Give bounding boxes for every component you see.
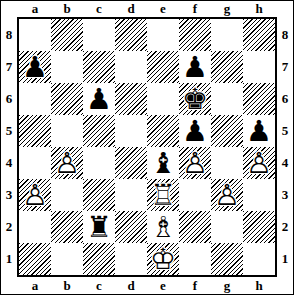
file-labels-bottom: abcdefgh (19, 277, 293, 294)
square-e2[interactable]: ♝♗ (147, 211, 179, 243)
black-rook: ♜ (83, 211, 115, 243)
black-pawn: ♟ (243, 115, 275, 147)
square-c2[interactable]: ♜ (83, 211, 115, 243)
square-a5[interactable] (19, 115, 51, 147)
rank-label-5: 5 (1, 115, 17, 147)
square-c6[interactable]: ♟ (83, 83, 115, 115)
square-g8[interactable] (211, 19, 243, 51)
rank-label-4: 4 (277, 147, 293, 179)
square-a8[interactable] (19, 19, 51, 51)
square-g3[interactable]: ♟♙ (211, 179, 243, 211)
square-d1[interactable] (115, 243, 147, 275)
square-b2[interactable] (51, 211, 83, 243)
file-label-e: e (147, 277, 179, 294)
square-b1[interactable] (51, 243, 83, 275)
file-label-d: d (115, 1, 147, 17)
square-a2[interactable] (19, 211, 51, 243)
file-label-f: f (179, 1, 211, 17)
square-g2[interactable] (211, 211, 243, 243)
file-label-f: f (179, 277, 211, 294)
square-g6[interactable] (211, 83, 243, 115)
rank-label-7: 7 (277, 51, 293, 83)
square-c3[interactable] (83, 179, 115, 211)
square-h3[interactable] (243, 179, 275, 211)
file-label-b: b (51, 277, 83, 294)
file-label-h: h (243, 277, 275, 294)
chess-diagram: abcdefgh 87654321 ♟♟♟♚♟♟♟♙♝♟♙♟♙♟♙♜♖♟♙♜♝♗… (0, 0, 294, 295)
rank-labels-right: 87654321 (277, 17, 293, 277)
rank-label-3: 3 (1, 179, 17, 211)
square-g7[interactable] (211, 51, 243, 83)
white-bishop: ♗ (147, 211, 179, 243)
square-h5[interactable]: ♟ (243, 115, 275, 147)
file-label-b: b (51, 1, 83, 17)
rank-label-6: 6 (1, 83, 17, 115)
black-pawn: ♟ (179, 115, 211, 147)
square-d8[interactable] (115, 19, 147, 51)
square-d4[interactable] (115, 147, 147, 179)
square-f7[interactable]: ♟ (179, 51, 211, 83)
white-pawn: ♙ (51, 147, 83, 179)
white-pawn: ♙ (19, 179, 51, 211)
board-middle-row: 87654321 ♟♟♟♚♟♟♟♙♝♟♙♟♙♟♙♜♖♟♙♜♝♗♚♔ 876543… (1, 17, 293, 277)
white-pawn-fill: ♟ (179, 147, 211, 179)
square-e4[interactable]: ♝ (147, 147, 179, 179)
rank-label-4: 4 (1, 147, 17, 179)
square-d3[interactable] (115, 179, 147, 211)
square-d7[interactable] (115, 51, 147, 83)
square-f3[interactable] (179, 179, 211, 211)
square-c5[interactable] (83, 115, 115, 147)
square-e3[interactable]: ♜♖ (147, 179, 179, 211)
square-g5[interactable] (211, 115, 243, 147)
square-d6[interactable] (115, 83, 147, 115)
square-c1[interactable] (83, 243, 115, 275)
rank-label-6: 6 (277, 83, 293, 115)
square-a3[interactable]: ♟♙ (19, 179, 51, 211)
square-a1[interactable] (19, 243, 51, 275)
square-g1[interactable] (211, 243, 243, 275)
white-pawn-fill: ♟ (51, 147, 83, 179)
square-b5[interactable] (51, 115, 83, 147)
square-d5[interactable] (115, 115, 147, 147)
file-label-e: e (147, 1, 179, 17)
white-pawn-fill: ♟ (19, 179, 51, 211)
square-f8[interactable] (179, 19, 211, 51)
rank-label-8: 8 (277, 19, 293, 51)
file-labels-top: abcdefgh (19, 1, 293, 17)
square-b8[interactable] (51, 19, 83, 51)
white-pawn: ♙ (179, 147, 211, 179)
file-label-h: h (243, 1, 275, 17)
white-pawn: ♙ (243, 147, 275, 179)
rank-label-5: 5 (277, 115, 293, 147)
rank-label-1: 1 (277, 243, 293, 275)
square-f4[interactable]: ♟♙ (179, 147, 211, 179)
black-king: ♚ (179, 83, 211, 115)
square-e5[interactable] (147, 115, 179, 147)
white-pawn-fill: ♟ (211, 179, 243, 211)
square-c4[interactable] (83, 147, 115, 179)
square-a4[interactable] (19, 147, 51, 179)
square-h1[interactable] (243, 243, 275, 275)
square-b4[interactable]: ♟♙ (51, 147, 83, 179)
square-g4[interactable] (211, 147, 243, 179)
square-f6[interactable]: ♚ (179, 83, 211, 115)
square-h2[interactable] (243, 211, 275, 243)
white-rook-fill: ♜ (147, 179, 179, 211)
square-h7[interactable] (243, 51, 275, 83)
black-bishop: ♝ (147, 147, 179, 179)
square-e6[interactable] (147, 83, 179, 115)
square-a6[interactable] (19, 83, 51, 115)
square-c7[interactable] (83, 51, 115, 83)
square-d2[interactable] (115, 211, 147, 243)
square-b7[interactable] (51, 51, 83, 83)
square-e1[interactable]: ♚♔ (147, 243, 179, 275)
file-label-g: g (211, 1, 243, 17)
white-pawn-fill: ♟ (243, 147, 275, 179)
black-pawn: ♟ (19, 51, 51, 83)
rank-label-3: 3 (277, 179, 293, 211)
rank-label-7: 7 (1, 51, 17, 83)
square-f5[interactable]: ♟ (179, 115, 211, 147)
black-pawn: ♟ (83, 83, 115, 115)
white-pawn: ♙ (211, 179, 243, 211)
white-king-fill: ♚ (147, 243, 179, 275)
file-label-c: c (83, 1, 115, 17)
square-f1[interactable] (179, 243, 211, 275)
square-b3[interactable] (51, 179, 83, 211)
file-label-a: a (19, 277, 51, 294)
square-e8[interactable] (147, 19, 179, 51)
file-label-c: c (83, 277, 115, 294)
board: ♟♟♟♚♟♟♟♙♝♟♙♟♙♟♙♜♖♟♙♜♝♗♚♔ (17, 17, 277, 277)
rank-label-2: 2 (277, 211, 293, 243)
rank-label-1: 1 (1, 243, 17, 275)
square-h6[interactable] (243, 83, 275, 115)
square-h4[interactable]: ♟♙ (243, 147, 275, 179)
rank-labels-left: 87654321 (1, 17, 17, 277)
file-label-a: a (19, 1, 51, 17)
square-c8[interactable] (83, 19, 115, 51)
square-e7[interactable] (147, 51, 179, 83)
rank-label-2: 2 (1, 211, 17, 243)
black-pawn: ♟ (179, 51, 211, 83)
square-a7[interactable]: ♟ (19, 51, 51, 83)
square-h8[interactable] (243, 19, 275, 51)
white-bishop-fill: ♝ (147, 211, 179, 243)
rank-label-8: 8 (1, 19, 17, 51)
square-f2[interactable] (179, 211, 211, 243)
white-king: ♔ (147, 243, 179, 275)
file-label-g: g (211, 277, 243, 294)
square-b6[interactable] (51, 83, 83, 115)
white-rook: ♖ (147, 179, 179, 211)
file-label-d: d (115, 277, 147, 294)
